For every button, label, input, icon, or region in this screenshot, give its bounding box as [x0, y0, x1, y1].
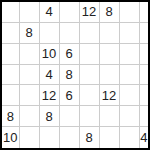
- grid-cell[interactable]: [120, 106, 140, 127]
- grid-cell[interactable]: [60, 106, 80, 127]
- grid-cell-clue: 12: [100, 85, 120, 106]
- grid-cell[interactable]: [140, 65, 149, 86]
- grid-cell[interactable]: [2, 85, 20, 106]
- grid-cell[interactable]: [40, 23, 60, 44]
- grid-cell-clue: 8: [40, 106, 60, 127]
- grid-cell-clue: 8: [2, 106, 20, 127]
- grid-cell[interactable]: [20, 2, 40, 23]
- grid-cell[interactable]: [120, 2, 140, 23]
- grid-cell[interactable]: [80, 65, 100, 86]
- grid-cell-clue: 8: [60, 65, 80, 86]
- grid-cell[interactable]: [140, 2, 149, 23]
- grid-cell[interactable]: [100, 23, 120, 44]
- grid-cell[interactable]: [80, 44, 100, 65]
- grid-cell-clue: 4: [40, 2, 60, 23]
- grid-cell[interactable]: [140, 44, 149, 65]
- grid-cell-clue: 4: [140, 127, 149, 148]
- grid-cell[interactable]: [40, 127, 60, 148]
- grid-cell-clue: 8: [20, 23, 40, 44]
- grid-cell[interactable]: [120, 127, 140, 148]
- grid-cell[interactable]: [80, 23, 100, 44]
- grid-cell-clue: 8: [80, 127, 100, 148]
- grid-cell[interactable]: [20, 127, 40, 148]
- grid-cell[interactable]: [80, 85, 100, 106]
- grid-cell[interactable]: [80, 106, 100, 127]
- grid-cell[interactable]: [2, 23, 20, 44]
- grid-cell[interactable]: [20, 106, 40, 127]
- grid-cell-clue: 6: [60, 44, 80, 65]
- grid-cell[interactable]: [20, 65, 40, 86]
- grid-cell[interactable]: [60, 23, 80, 44]
- grid-cell[interactable]: [100, 106, 120, 127]
- grid-cell[interactable]: [2, 2, 20, 23]
- grid-cell[interactable]: [100, 127, 120, 148]
- grid-cell-clue: 10: [40, 44, 60, 65]
- puzzle-image: 4 12 8 8 10 6 4 8 12 6 12: [0, 0, 150, 150]
- grid-cell-clue: 10: [2, 127, 20, 148]
- grid-cell-clue: 12: [80, 2, 100, 23]
- grid-cell[interactable]: [60, 127, 80, 148]
- grid-cell[interactable]: [120, 65, 140, 86]
- grid-cell[interactable]: [140, 106, 149, 127]
- grid-cell[interactable]: [20, 85, 40, 106]
- grid-cell[interactable]: [120, 44, 140, 65]
- grid-cell[interactable]: [120, 23, 140, 44]
- grid-cell-clue: 6: [60, 85, 80, 106]
- grid-cell[interactable]: [60, 2, 80, 23]
- grid-cell[interactable]: [100, 44, 120, 65]
- grid-cell-clue: 12: [40, 85, 60, 106]
- grid-cell[interactable]: [20, 44, 40, 65]
- grid-cell[interactable]: [120, 85, 140, 106]
- puzzle-board: 4 12 8 8 10 6 4 8 12 6 12: [0, 0, 150, 150]
- grid-cell[interactable]: [2, 65, 20, 86]
- grid-cell-clue: 4: [40, 65, 60, 86]
- grid-cell[interactable]: [2, 44, 20, 65]
- grid-cell[interactable]: [100, 65, 120, 86]
- grid-cell[interactable]: [140, 85, 149, 106]
- grid-cell-clue: 8: [100, 2, 120, 23]
- grid-cell[interactable]: [140, 23, 149, 44]
